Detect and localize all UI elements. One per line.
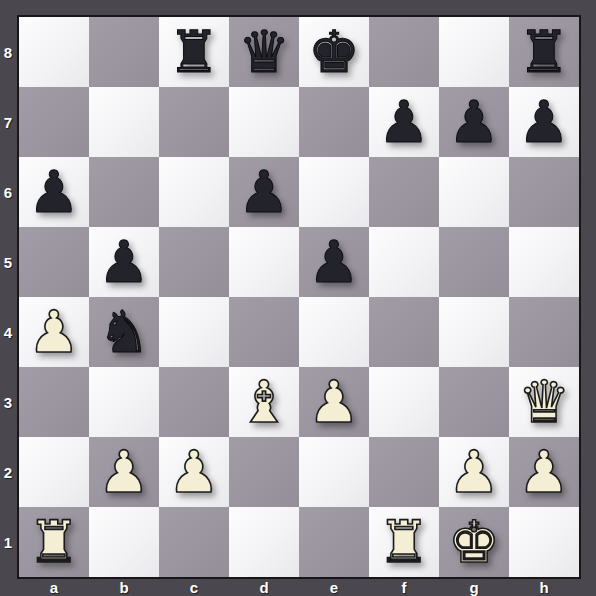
white-pawn-e3[interactable]: ♟: [308, 373, 360, 431]
file-label-h: h: [539, 579, 548, 596]
white-pawn-c2[interactable]: ♟: [168, 443, 220, 501]
square-b8[interactable]: [89, 17, 159, 87]
square-b5[interactable]: ♟: [89, 227, 159, 297]
square-c6[interactable]: [159, 157, 229, 227]
square-b1[interactable]: [89, 507, 159, 577]
square-h5[interactable]: [509, 227, 579, 297]
black-pawn-a6[interactable]: ♟: [28, 163, 80, 221]
white-bishop-d3[interactable]: ♝: [238, 373, 290, 431]
square-e1[interactable]: [299, 507, 369, 577]
square-g3[interactable]: [439, 367, 509, 437]
square-b2[interactable]: ♟: [89, 437, 159, 507]
rank-label-2: 2: [4, 464, 12, 481]
square-f8[interactable]: [369, 17, 439, 87]
square-g5[interactable]: [439, 227, 509, 297]
square-b3[interactable]: [89, 367, 159, 437]
square-d8[interactable]: ♛: [229, 17, 299, 87]
square-d2[interactable]: [229, 437, 299, 507]
square-g2[interactable]: ♟: [439, 437, 509, 507]
square-e7[interactable]: [299, 87, 369, 157]
square-c2[interactable]: ♟: [159, 437, 229, 507]
square-g8[interactable]: [439, 17, 509, 87]
square-h4[interactable]: [509, 297, 579, 367]
black-pawn-d6[interactable]: ♟: [238, 163, 290, 221]
square-g1[interactable]: ♚: [439, 507, 509, 577]
file-label-g: g: [469, 579, 478, 596]
white-pawn-a4[interactable]: ♟: [28, 303, 80, 361]
black-pawn-f7[interactable]: ♟: [378, 93, 430, 151]
white-rook-f1[interactable]: ♜: [378, 513, 430, 571]
square-f2[interactable]: [369, 437, 439, 507]
square-f3[interactable]: [369, 367, 439, 437]
rank-label-6: 6: [4, 184, 12, 201]
square-e5[interactable]: ♟: [299, 227, 369, 297]
square-b6[interactable]: [89, 157, 159, 227]
square-f1[interactable]: ♜: [369, 507, 439, 577]
white-queen-h3[interactable]: ♛: [518, 373, 570, 431]
square-f6[interactable]: [369, 157, 439, 227]
square-c1[interactable]: [159, 507, 229, 577]
square-h1[interactable]: [509, 507, 579, 577]
square-d5[interactable]: [229, 227, 299, 297]
black-rook-c8[interactable]: ♜: [168, 23, 220, 81]
white-pawn-g2[interactable]: ♟: [448, 443, 500, 501]
square-c5[interactable]: [159, 227, 229, 297]
square-g4[interactable]: [439, 297, 509, 367]
chess-board: ♜♛♚♜♟♟♟♟♟♟♟♟♞♝♟♛♟♟♟♟♜♜♚: [17, 15, 581, 579]
square-a1[interactable]: ♜: [19, 507, 89, 577]
square-b7[interactable]: [89, 87, 159, 157]
rank-label-3: 3: [4, 394, 12, 411]
rank-label-5: 5: [4, 254, 12, 271]
black-pawn-h7[interactable]: ♟: [518, 93, 570, 151]
square-d4[interactable]: [229, 297, 299, 367]
square-h3[interactable]: ♛: [509, 367, 579, 437]
square-g6[interactable]: [439, 157, 509, 227]
rank-label-8: 8: [4, 44, 12, 61]
square-c8[interactable]: ♜: [159, 17, 229, 87]
square-d1[interactable]: [229, 507, 299, 577]
white-rook-a1[interactable]: ♜: [28, 513, 80, 571]
square-e8[interactable]: ♚: [299, 17, 369, 87]
white-king-g1[interactable]: ♚: [448, 513, 500, 571]
rank-label-1: 1: [4, 534, 12, 551]
square-a6[interactable]: ♟: [19, 157, 89, 227]
square-f4[interactable]: [369, 297, 439, 367]
square-a5[interactable]: [19, 227, 89, 297]
square-a8[interactable]: [19, 17, 89, 87]
white-pawn-h2[interactable]: ♟: [518, 443, 570, 501]
square-h6[interactable]: [509, 157, 579, 227]
black-knight-b4[interactable]: ♞: [98, 303, 150, 361]
square-e2[interactable]: [299, 437, 369, 507]
white-pawn-b2[interactable]: ♟: [98, 443, 150, 501]
square-a7[interactable]: [19, 87, 89, 157]
file-label-e: e: [330, 579, 338, 596]
black-king-e8[interactable]: ♚: [308, 23, 360, 81]
square-e4[interactable]: [299, 297, 369, 367]
square-c4[interactable]: [159, 297, 229, 367]
square-d3[interactable]: ♝: [229, 367, 299, 437]
square-h2[interactable]: ♟: [509, 437, 579, 507]
rank-label-4: 4: [4, 324, 12, 341]
square-a3[interactable]: [19, 367, 89, 437]
square-g7[interactable]: ♟: [439, 87, 509, 157]
square-f5[interactable]: [369, 227, 439, 297]
square-e6[interactable]: [299, 157, 369, 227]
file-label-d: d: [259, 579, 268, 596]
black-pawn-e5[interactable]: ♟: [308, 233, 360, 291]
black-rook-h8[interactable]: ♜: [518, 23, 570, 81]
square-d7[interactable]: [229, 87, 299, 157]
square-h7[interactable]: ♟: [509, 87, 579, 157]
square-h8[interactable]: ♜: [509, 17, 579, 87]
square-e3[interactable]: ♟: [299, 367, 369, 437]
square-c3[interactable]: [159, 367, 229, 437]
square-a4[interactable]: ♟: [19, 297, 89, 367]
black-queen-d8[interactable]: ♛: [238, 23, 290, 81]
square-d6[interactable]: ♟: [229, 157, 299, 227]
square-a2[interactable]: [19, 437, 89, 507]
square-f7[interactable]: ♟: [369, 87, 439, 157]
black-pawn-b5[interactable]: ♟: [98, 233, 150, 291]
black-pawn-g7[interactable]: ♟: [448, 93, 500, 151]
file-label-f: f: [402, 579, 407, 596]
rank-label-7: 7: [4, 114, 12, 131]
file-label-c: c: [190, 579, 198, 596]
chess-board-frame: ♜♛♚♜♟♟♟♟♟♟♟♟♞♝♟♛♟♟♟♟♜♜♚ 87654321abcdefgh: [0, 0, 596, 596]
file-label-a: a: [50, 579, 58, 596]
square-c7[interactable]: [159, 87, 229, 157]
square-b4[interactable]: ♞: [89, 297, 159, 367]
file-label-b: b: [119, 579, 128, 596]
